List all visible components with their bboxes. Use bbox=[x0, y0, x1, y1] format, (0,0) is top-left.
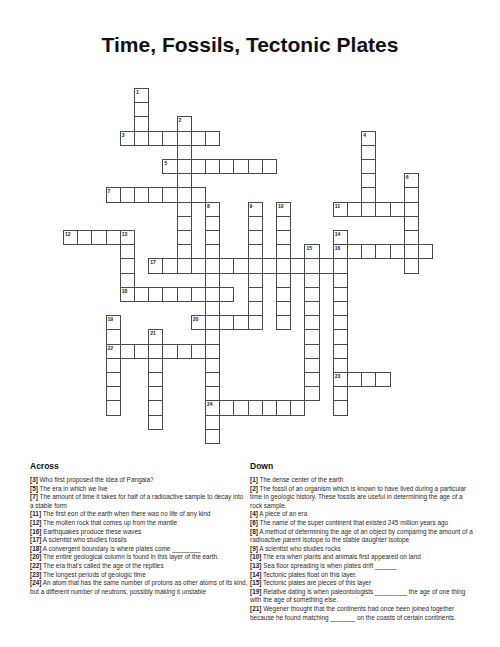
grid-cell[interactable] bbox=[248, 230, 263, 245]
grid-cell[interactable] bbox=[205, 301, 220, 316]
grid-cell[interactable]: 3 bbox=[120, 131, 135, 146]
grid-cell[interactable] bbox=[177, 216, 192, 231]
grid-cell[interactable] bbox=[361, 244, 376, 259]
clue-number: [9] bbox=[250, 545, 258, 552]
grid-cell[interactable] bbox=[404, 202, 419, 217]
grid-cell[interactable] bbox=[333, 400, 348, 415]
grid-cell[interactable] bbox=[347, 244, 362, 259]
grid-cell[interactable] bbox=[120, 344, 135, 359]
grid-cell[interactable] bbox=[177, 344, 192, 359]
clue-number: [21] bbox=[250, 605, 261, 612]
grid-cell[interactable]: 4 bbox=[361, 131, 376, 146]
grid-cell[interactable] bbox=[304, 258, 319, 273]
clue-number: [14] bbox=[250, 571, 261, 578]
cell-number: 23 bbox=[335, 373, 341, 379]
clue-item-down-10: [10] The era when plants and animals fir… bbox=[250, 553, 474, 562]
grid-cell[interactable] bbox=[205, 429, 220, 444]
grid-cell[interactable] bbox=[333, 315, 348, 330]
grid-cell[interactable]: 8 bbox=[205, 202, 220, 217]
clue-item-across-22: [22] The era that's called the age of th… bbox=[30, 562, 248, 571]
grid-cell[interactable]: 1 bbox=[134, 88, 149, 103]
grid-cell[interactable] bbox=[333, 258, 348, 273]
clue-number: [19] bbox=[250, 588, 261, 595]
grid-cell[interactable] bbox=[361, 159, 376, 174]
grid-cell[interactable] bbox=[162, 258, 177, 273]
clue-item-down-21: [21] Wegener thought that the continents… bbox=[250, 605, 474, 622]
cell-number: 2 bbox=[179, 117, 182, 123]
clue-number: [18] bbox=[30, 545, 41, 552]
clue-number: [1] bbox=[250, 476, 258, 483]
grid-cell[interactable] bbox=[276, 315, 291, 330]
grid-cell[interactable] bbox=[177, 131, 192, 146]
clue-item-down-8: [8] A method of determining the age of a… bbox=[250, 528, 474, 545]
grid-cell[interactable] bbox=[205, 415, 220, 430]
grid-cell[interactable]: 12 bbox=[63, 230, 78, 245]
grid-cell[interactable]: 2 bbox=[177, 116, 192, 131]
grid-cell[interactable] bbox=[404, 187, 419, 202]
clue-number: [10] bbox=[250, 553, 261, 560]
grid-cell[interactable] bbox=[148, 372, 163, 387]
grid-cell[interactable] bbox=[148, 187, 163, 202]
grid-cell[interactable] bbox=[304, 358, 319, 373]
grid-cell[interactable] bbox=[333, 386, 348, 401]
grid-cell[interactable]: 21 bbox=[148, 329, 163, 344]
grid-cell[interactable] bbox=[248, 159, 263, 174]
clue-item-down-4: [4] A piece of an era bbox=[250, 510, 474, 519]
grid-cell[interactable]: 18 bbox=[120, 287, 135, 302]
grid-cell[interactable] bbox=[191, 187, 206, 202]
cell-number: 8 bbox=[207, 203, 210, 209]
grid-cell[interactable] bbox=[248, 287, 263, 302]
grid-cell[interactable] bbox=[205, 372, 220, 387]
clue-item-across-12: [12] The molten rock that comes up from … bbox=[30, 519, 248, 528]
grid-cell[interactable] bbox=[177, 244, 192, 259]
cell-number: 21 bbox=[150, 330, 156, 336]
clue-item-across-17: [17] A scientist who studies fossils bbox=[30, 536, 248, 545]
grid-cell[interactable] bbox=[205, 329, 220, 344]
grid-cell[interactable] bbox=[205, 216, 220, 231]
grid-cell[interactable]: 17 bbox=[148, 258, 163, 273]
cell-number: 17 bbox=[150, 259, 156, 265]
cell-number: 19 bbox=[108, 316, 114, 322]
grid-cell[interactable] bbox=[304, 386, 319, 401]
clue-item-down-19: [19] Relative dating is when paleontolog… bbox=[250, 588, 474, 605]
grid-cell[interactable] bbox=[248, 258, 263, 273]
clue-number: [23] bbox=[30, 571, 41, 578]
grid-cell[interactable] bbox=[106, 400, 121, 415]
grid-cell[interactable] bbox=[106, 230, 121, 245]
grid-cell[interactable] bbox=[404, 244, 419, 259]
grid-cell[interactable] bbox=[77, 230, 92, 245]
grid-cell[interactable] bbox=[191, 159, 206, 174]
grid-cell[interactable] bbox=[205, 287, 220, 302]
grid-cell[interactable] bbox=[219, 159, 234, 174]
grid-cell[interactable] bbox=[148, 386, 163, 401]
grid-cell[interactable] bbox=[304, 344, 319, 359]
grid-cell[interactable] bbox=[162, 187, 177, 202]
grid-cell[interactable] bbox=[205, 358, 220, 373]
down-header: Down bbox=[250, 461, 474, 471]
grid-cell[interactable] bbox=[177, 202, 192, 217]
clue-number: [22] bbox=[30, 562, 41, 569]
grid-cell[interactable] bbox=[333, 287, 348, 302]
grid-cell[interactable] bbox=[361, 202, 376, 217]
cell-number: 6 bbox=[406, 174, 409, 180]
clue-number: [8] bbox=[250, 528, 258, 535]
grid-cell[interactable] bbox=[276, 230, 291, 245]
clue-number: [15] bbox=[250, 579, 261, 586]
cell-number: 16 bbox=[335, 245, 341, 251]
clue-item-across-23: [23] The longest periods of geologic tim… bbox=[30, 571, 248, 580]
grid-cell[interactable] bbox=[177, 145, 192, 160]
grid-cell[interactable]: 7 bbox=[106, 187, 121, 202]
grid-cell[interactable] bbox=[304, 287, 319, 302]
grid-cell[interactable] bbox=[219, 400, 234, 415]
grid-cell[interactable] bbox=[148, 287, 163, 302]
clue-number: [24] bbox=[30, 579, 41, 586]
grid-cell[interactable] bbox=[319, 258, 334, 273]
grid-cell[interactable]: 6 bbox=[404, 173, 419, 188]
grid-cell[interactable] bbox=[162, 131, 177, 146]
clue-number: [16] bbox=[30, 528, 41, 535]
grid-cell[interactable] bbox=[134, 131, 149, 146]
cell-number: 9 bbox=[250, 203, 253, 209]
clue-number: [6] bbox=[250, 519, 258, 526]
grid-cell[interactable] bbox=[205, 315, 220, 330]
clue-item-across-5: [5] The era in which we live bbox=[30, 485, 248, 494]
grid-cell[interactable] bbox=[148, 358, 163, 373]
grid-cell[interactable] bbox=[148, 131, 163, 146]
grid-cell[interactable]: 14 bbox=[333, 230, 348, 245]
grid-cell[interactable] bbox=[262, 159, 277, 174]
grid-cell[interactable] bbox=[248, 273, 263, 288]
grid-cell[interactable]: 9 bbox=[248, 202, 263, 217]
grid-cell[interactable] bbox=[134, 187, 149, 202]
clue-number: [17] bbox=[30, 536, 41, 543]
grid-cell[interactable] bbox=[177, 173, 192, 188]
grid-cell[interactable] bbox=[375, 244, 390, 259]
grid-cell[interactable] bbox=[162, 287, 177, 302]
cell-number: 7 bbox=[108, 188, 111, 194]
cell-number: 11 bbox=[335, 203, 340, 209]
clue-item-across-24: [24] An atom that has the same number of… bbox=[30, 579, 248, 596]
clue-number: [20] bbox=[30, 553, 41, 560]
grid-cell[interactable]: 5 bbox=[162, 159, 177, 174]
grid-cell[interactable]: 13 bbox=[120, 230, 135, 245]
grid-cell[interactable] bbox=[404, 258, 419, 273]
grid-cell[interactable]: 19 bbox=[106, 315, 121, 330]
grid-cell[interactable] bbox=[233, 400, 248, 415]
grid-cell[interactable] bbox=[262, 258, 277, 273]
grid-cell[interactable] bbox=[106, 372, 121, 387]
clue-item-across-20: [20] The entire geological column is fou… bbox=[30, 553, 248, 562]
clue-number: [11] bbox=[30, 510, 41, 517]
grid-cell[interactable] bbox=[120, 258, 135, 273]
grid-cell[interactable] bbox=[191, 258, 206, 273]
cell-number: 24 bbox=[207, 401, 213, 407]
grid-cell[interactable] bbox=[361, 372, 376, 387]
grid-cell[interactable] bbox=[120, 244, 135, 259]
grid-cell[interactable] bbox=[205, 258, 220, 273]
grid-cell[interactable] bbox=[205, 386, 220, 401]
grid-cell[interactable] bbox=[219, 315, 234, 330]
grid-cell[interactable] bbox=[134, 287, 149, 302]
grid-cell[interactable] bbox=[162, 344, 177, 359]
grid-cell[interactable] bbox=[304, 372, 319, 387]
grid-cell[interactable] bbox=[361, 187, 376, 202]
grid-cell[interactable] bbox=[134, 344, 149, 359]
grid-cell[interactable] bbox=[177, 230, 192, 245]
grid-cell[interactable] bbox=[304, 301, 319, 316]
grid-cell[interactable] bbox=[120, 187, 135, 202]
grid-cell[interactable] bbox=[177, 287, 192, 302]
grid-cell[interactable]: 24 bbox=[205, 400, 220, 415]
grid-cell[interactable] bbox=[276, 216, 291, 231]
grid-cell[interactable] bbox=[333, 273, 348, 288]
grid-cell[interactable] bbox=[248, 301, 263, 316]
grid-cell[interactable]: 11 bbox=[333, 202, 348, 217]
clue-item-across-3: [3] Who first proposed the idea of Panga… bbox=[30, 476, 248, 485]
grid-cell[interactable] bbox=[106, 358, 121, 373]
grid-cell[interactable] bbox=[248, 244, 263, 259]
cell-number: 3 bbox=[122, 132, 125, 138]
clue-item-down-6: [6] The name of the super continent that… bbox=[250, 519, 474, 528]
grid-cell[interactable] bbox=[347, 202, 362, 217]
clue-number: [2] bbox=[250, 485, 258, 492]
grid-cell[interactable]: 22 bbox=[106, 344, 121, 359]
grid-cell[interactable] bbox=[404, 230, 419, 245]
grid-cell[interactable] bbox=[276, 301, 291, 316]
grid-cell[interactable] bbox=[205, 244, 220, 259]
grid-cell[interactable] bbox=[248, 400, 263, 415]
grid-cell[interactable] bbox=[304, 315, 319, 330]
grid-cell[interactable] bbox=[390, 244, 405, 259]
grid-cell[interactable] bbox=[375, 372, 390, 387]
grid-cell[interactable]: 16 bbox=[333, 244, 348, 259]
grid-cell[interactable] bbox=[148, 400, 163, 415]
grid-cell[interactable] bbox=[304, 329, 319, 344]
cell-number: 14 bbox=[335, 231, 341, 237]
grid-cell[interactable] bbox=[148, 415, 163, 430]
grid-cell[interactable] bbox=[191, 287, 206, 302]
clue-item-down-14: [14] Tectonic plates float on this layer… bbox=[250, 571, 474, 580]
down-clue-list: [1] The dense center of the earth[2] The… bbox=[250, 476, 474, 622]
clue-number: [12] bbox=[30, 519, 41, 526]
grid-cell[interactable] bbox=[276, 287, 291, 302]
grid-cell[interactable] bbox=[276, 400, 291, 415]
grid-cell[interactable] bbox=[177, 159, 192, 174]
cell-number: 4 bbox=[363, 132, 366, 138]
cell-number: 10 bbox=[278, 203, 284, 209]
grid-cell[interactable] bbox=[106, 329, 121, 344]
across-clue-list: [3] Who first proposed the idea of Panga… bbox=[30, 476, 248, 596]
across-clues-section: Across [3] Who first proposed the idea o… bbox=[30, 461, 248, 596]
grid-cell[interactable] bbox=[120, 273, 135, 288]
grid-cell[interactable] bbox=[233, 159, 248, 174]
grid-cell[interactable] bbox=[219, 287, 234, 302]
clue-item-down-2: [2] The fossil of an organism which is k… bbox=[250, 485, 474, 511]
grid-cell[interactable] bbox=[262, 400, 277, 415]
clue-item-across-7: [7] The amount of time it takes for half… bbox=[30, 493, 248, 510]
grid-cell[interactable] bbox=[304, 273, 319, 288]
grid-cell[interactable] bbox=[205, 344, 220, 359]
grid-cell[interactable] bbox=[290, 258, 305, 273]
down-clues-section: Down [1] The dense center of the earth[2… bbox=[250, 461, 474, 622]
grid-cell[interactable]: 20 bbox=[191, 315, 206, 330]
grid-cell[interactable] bbox=[205, 159, 220, 174]
across-header: Across bbox=[30, 461, 248, 471]
clue-item-down-13: [13] Sea floor spreading is when plates … bbox=[250, 562, 474, 571]
grid-cell[interactable] bbox=[191, 131, 206, 146]
grid-cell[interactable] bbox=[134, 102, 149, 117]
cell-number: 12 bbox=[65, 231, 71, 237]
grid-cell[interactable] bbox=[248, 315, 263, 330]
grid-cell[interactable] bbox=[233, 258, 248, 273]
clue-item-down-9: [9] A scientist who studies rocks bbox=[250, 545, 474, 554]
grid-cell[interactable] bbox=[418, 244, 433, 259]
grid-cell[interactable] bbox=[276, 244, 291, 259]
clue-number: [7] bbox=[30, 493, 38, 500]
page-title: Time, Fossils, Tectonic Plates bbox=[0, 33, 500, 57]
grid-cell[interactable] bbox=[347, 372, 362, 387]
grid-cell[interactable] bbox=[205, 131, 220, 146]
grid-cell[interactable] bbox=[361, 173, 376, 188]
cell-number: 5 bbox=[164, 160, 167, 166]
grid-cell[interactable] bbox=[375, 202, 390, 217]
grid-cell[interactable] bbox=[233, 315, 248, 330]
cell-number: 1 bbox=[136, 89, 139, 95]
cell-number: 18 bbox=[122, 288, 128, 294]
grid-cell[interactable]: 23 bbox=[333, 372, 348, 387]
grid-cell[interactable] bbox=[290, 400, 305, 415]
cell-number: 15 bbox=[306, 245, 312, 251]
grid-cell[interactable] bbox=[276, 258, 291, 273]
clue-item-across-11: [11] The first eon of the earth when the… bbox=[30, 510, 248, 519]
grid-cell[interactable] bbox=[361, 145, 376, 160]
grid-cell[interactable] bbox=[333, 329, 348, 344]
cell-number: 20 bbox=[193, 316, 199, 322]
grid-cell[interactable] bbox=[404, 216, 419, 231]
grid-cell[interactable] bbox=[248, 216, 263, 231]
grid-cell[interactable] bbox=[390, 202, 405, 217]
clue-item-across-18: [18] A convergent boundary is where plat… bbox=[30, 545, 248, 554]
grid-cell[interactable] bbox=[91, 230, 106, 245]
clue-number: [3] bbox=[30, 476, 38, 483]
clue-item-down-1: [1] The dense center of the earth bbox=[250, 476, 474, 485]
clue-number: [5] bbox=[30, 485, 38, 492]
grid-cell[interactable] bbox=[333, 358, 348, 373]
clue-number: [4] bbox=[250, 510, 258, 517]
grid-cell[interactable] bbox=[177, 187, 192, 202]
grid-cell[interactable] bbox=[177, 258, 192, 273]
grid-cell[interactable] bbox=[148, 344, 163, 359]
cell-number: 22 bbox=[108, 345, 114, 351]
grid-cell[interactable] bbox=[191, 344, 206, 359]
grid-cell[interactable]: 10 bbox=[276, 202, 291, 217]
grid-cell[interactable] bbox=[106, 386, 121, 401]
grid-cell[interactable] bbox=[333, 344, 348, 359]
grid-cell[interactable] bbox=[219, 258, 234, 273]
clue-item-across-16: [16] Earthquakes produce these waves bbox=[30, 528, 248, 537]
clue-item-down-15: [15] Tectonic plates are pieces of this … bbox=[250, 579, 474, 588]
grid-cell[interactable] bbox=[276, 273, 291, 288]
grid-cell[interactable] bbox=[205, 273, 220, 288]
grid-cell[interactable] bbox=[205, 230, 220, 245]
grid-cell[interactable]: 15 bbox=[304, 244, 319, 259]
grid-cell[interactable] bbox=[333, 301, 348, 316]
cell-number: 13 bbox=[122, 231, 128, 237]
grid-cell[interactable] bbox=[134, 116, 149, 131]
clue-number: [13] bbox=[250, 562, 261, 569]
